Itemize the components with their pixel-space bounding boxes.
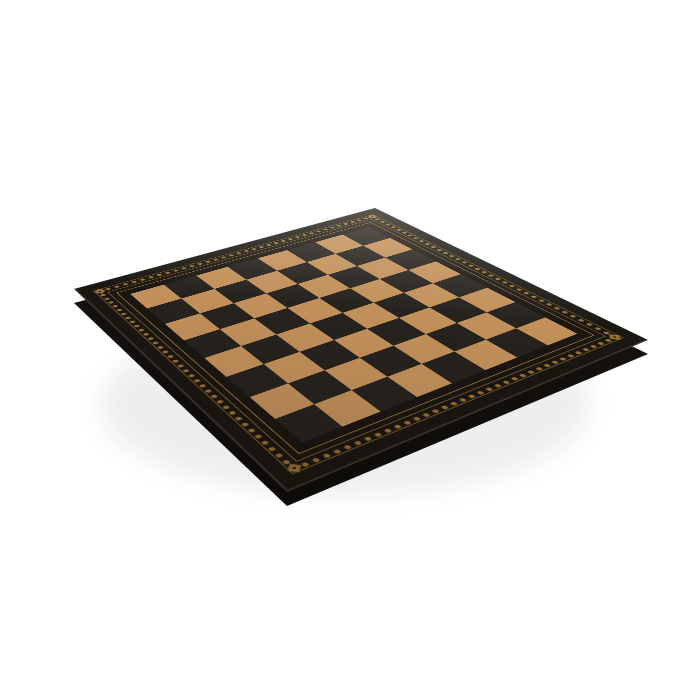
corner-rosette-icon bbox=[287, 464, 301, 473]
corner-rosette-icon bbox=[609, 334, 620, 340]
corner-rosette-icon bbox=[368, 215, 376, 218]
scene bbox=[0, 0, 700, 700]
